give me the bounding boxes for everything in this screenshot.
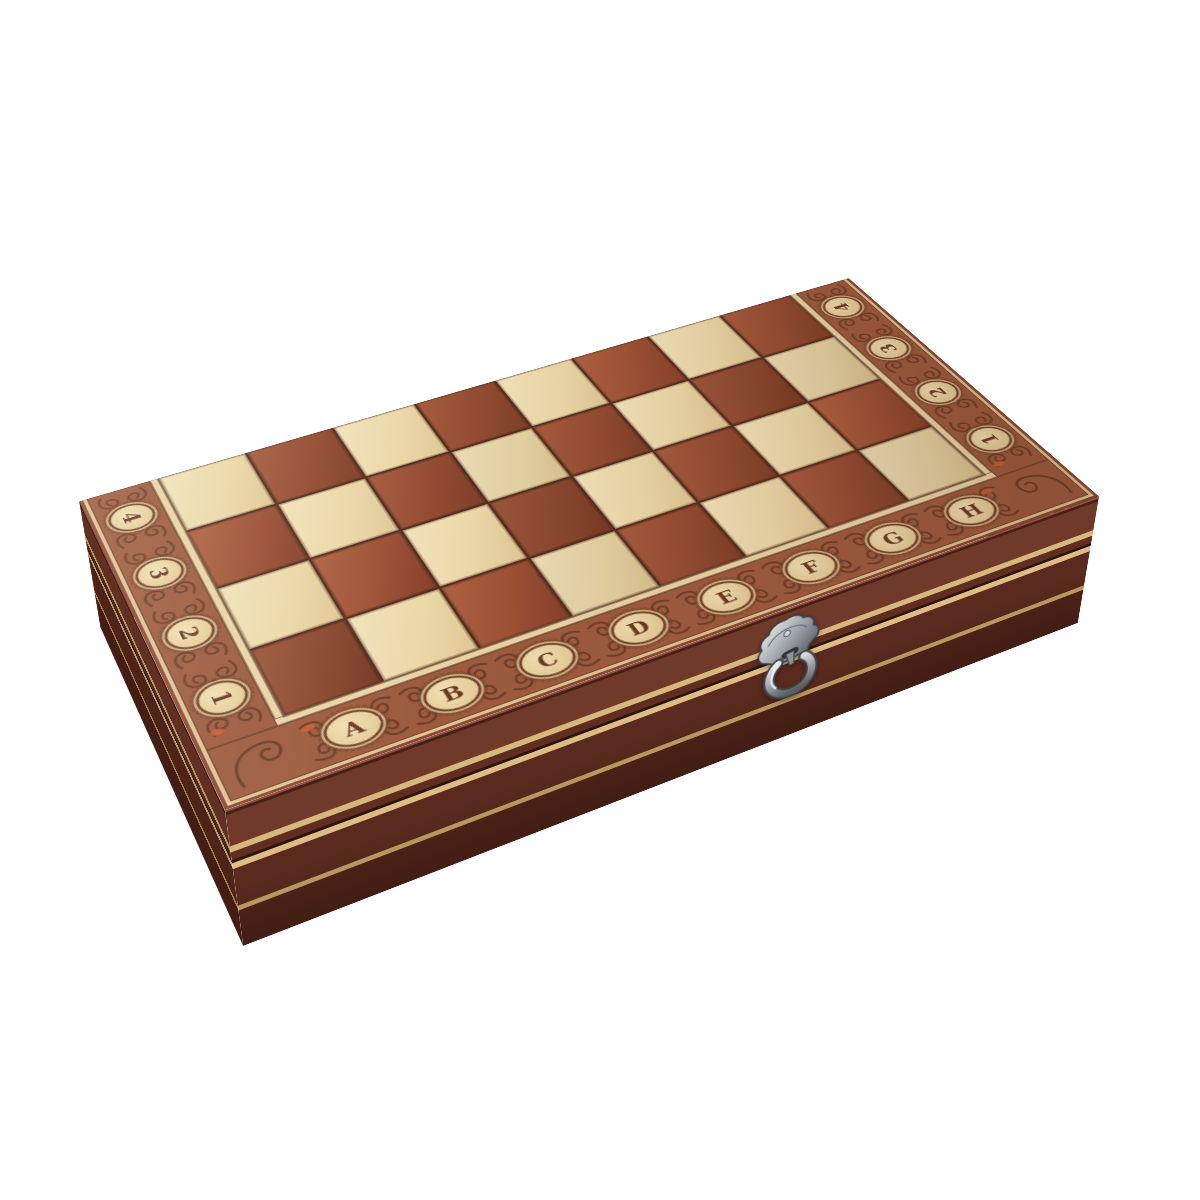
file-label-medallion: C (511, 637, 584, 684)
rank-label: 1 (977, 432, 1004, 446)
file-label-medallion: D (603, 605, 675, 651)
square-e1 (616, 503, 744, 585)
rank-label: 4 (118, 509, 145, 525)
rank-label-medallion: 4 (103, 499, 160, 536)
square-c1 (440, 559, 570, 648)
file-label: G (878, 529, 908, 548)
border-cell: 3 (114, 535, 207, 612)
vine-ornament-icon (114, 535, 207, 612)
square-d1 (530, 531, 659, 616)
square-a2 (218, 560, 344, 649)
rank-label-medallion: 2 (159, 612, 221, 655)
rank-label: 3 (876, 342, 901, 355)
product-photo-stage: 4321 4321 ABCDEFGH (0, 0, 1200, 1200)
square-b1 (347, 589, 478, 681)
rank-label: 1 (207, 688, 237, 708)
file-label-medallion: B (416, 669, 490, 718)
rank-label: 3 (146, 565, 174, 582)
file-label-medallion: E (691, 575, 762, 619)
file-label: H (956, 501, 987, 520)
file-label-medallion: F (776, 546, 846, 588)
edge-pinstripe-left (83, 499, 232, 806)
file-label: A (339, 716, 368, 740)
rank-label: 4 (830, 301, 854, 313)
square-a1 (250, 619, 382, 715)
file-label: B (437, 682, 467, 705)
file-label: D (623, 617, 654, 639)
chess-box: 4321 4321 ABCDEFGH (79, 278, 1099, 810)
rank-label-medallion: 1 (190, 675, 255, 722)
square-c2 (402, 504, 527, 586)
file-label-medallion: A (316, 703, 391, 754)
square-b2 (311, 531, 436, 617)
vine-ornament-icon (142, 592, 239, 675)
scene-3d: 4321 4321 ABCDEFGH (0, 0, 1200, 1200)
board-frame-pinstripe-left (150, 478, 289, 725)
accent-dot (299, 723, 316, 733)
rank-label: 2 (925, 385, 951, 398)
accent-dot (208, 727, 225, 737)
rank-label-medallion: 3 (130, 553, 189, 593)
file-label: E (712, 587, 740, 607)
file-label: C (533, 649, 562, 671)
file-label: F (798, 558, 825, 577)
file-label-medallion: G (858, 518, 928, 559)
border-cell: 2 (142, 592, 239, 675)
square-a3 (187, 505, 308, 588)
rank-label: 2 (175, 624, 204, 642)
